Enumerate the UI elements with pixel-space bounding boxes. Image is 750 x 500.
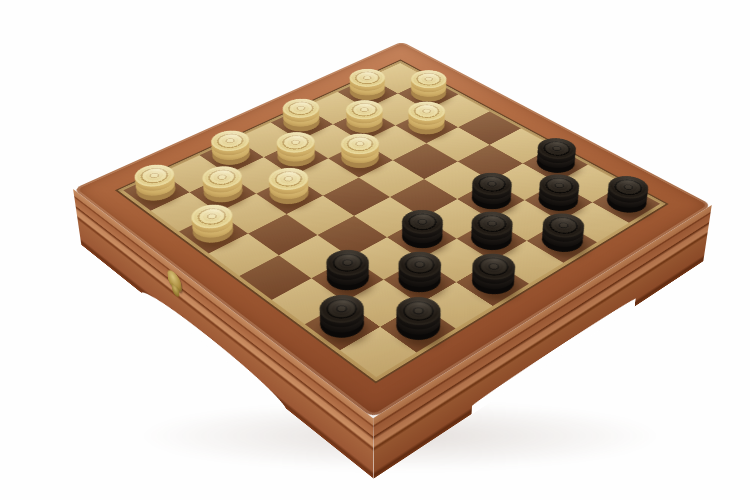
photo-background: [0, 0, 750, 500]
perspective-scene: [0, 0, 750, 500]
checker-dark[interactable]: [387, 308, 449, 348]
checker-light[interactable]: [262, 179, 317, 210]
checker-dark[interactable]: [318, 261, 377, 298]
checker-light[interactable]: [196, 177, 251, 208]
checker-dark[interactable]: [533, 225, 591, 259]
brass-clasp-icon[interactable]: [166, 266, 185, 303]
base-foot-notch: [471, 296, 636, 415]
checkers-board-box: [73, 41, 712, 418]
square-r3c1[interactable]: [179, 212, 248, 253]
checker-light[interactable]: [129, 176, 183, 207]
